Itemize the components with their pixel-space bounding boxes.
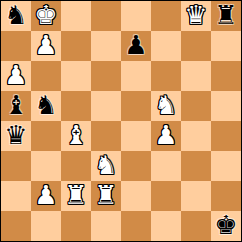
square-h7[interactable] <box>211 31 241 61</box>
square-e8[interactable] <box>121 1 151 31</box>
square-a3[interactable] <box>1 151 31 181</box>
black-knight[interactable]: ♞ <box>34 91 57 120</box>
black-king[interactable]: ♚ <box>214 211 237 240</box>
square-f1[interactable] <box>151 211 181 241</box>
square-a6[interactable]: ♟ <box>1 61 31 91</box>
white-rook[interactable]: ♜ <box>64 181 87 210</box>
square-c4[interactable]: ♝ <box>61 121 91 151</box>
square-h3[interactable] <box>211 151 241 181</box>
square-g3[interactable] <box>181 151 211 181</box>
square-f7[interactable] <box>151 31 181 61</box>
square-f3[interactable] <box>151 151 181 181</box>
square-c3[interactable] <box>61 151 91 181</box>
square-b2[interactable]: ♟ <box>31 181 61 211</box>
square-d6[interactable] <box>91 61 121 91</box>
square-b7[interactable]: ♟ <box>31 31 61 61</box>
black-knight[interactable]: ♞ <box>4 1 27 30</box>
square-b4[interactable] <box>31 121 61 151</box>
square-b8[interactable]: ♚ <box>31 1 61 31</box>
square-g2[interactable] <box>181 181 211 211</box>
square-f6[interactable] <box>151 61 181 91</box>
square-c7[interactable] <box>61 31 91 61</box>
square-h1[interactable]: ♚ <box>211 211 241 241</box>
white-pawn[interactable]: ♟ <box>154 121 177 150</box>
square-h5[interactable] <box>211 91 241 121</box>
square-b3[interactable] <box>31 151 61 181</box>
square-g1[interactable] <box>181 211 211 241</box>
white-queen[interactable]: ♛ <box>184 1 207 30</box>
black-rook[interactable]: ♜ <box>214 1 237 30</box>
square-e5[interactable] <box>121 91 151 121</box>
square-b5[interactable]: ♞ <box>31 91 61 121</box>
square-e6[interactable] <box>121 61 151 91</box>
square-d3[interactable]: ♞ <box>91 151 121 181</box>
square-b6[interactable] <box>31 61 61 91</box>
square-g6[interactable] <box>181 61 211 91</box>
square-c8[interactable] <box>61 1 91 31</box>
square-c5[interactable] <box>61 91 91 121</box>
square-g5[interactable] <box>181 91 211 121</box>
square-g7[interactable] <box>181 31 211 61</box>
square-e1[interactable] <box>121 211 151 241</box>
square-g8[interactable]: ♛ <box>181 1 211 31</box>
square-a2[interactable] <box>1 181 31 211</box>
square-h8[interactable]: ♜ <box>211 1 241 31</box>
square-c2[interactable]: ♜ <box>61 181 91 211</box>
square-e7[interactable]: ♟ <box>121 31 151 61</box>
square-d8[interactable] <box>91 1 121 31</box>
square-a5[interactable]: ♝ <box>1 91 31 121</box>
white-pawn[interactable]: ♟ <box>34 31 57 60</box>
square-d5[interactable] <box>91 91 121 121</box>
white-pawn[interactable]: ♟ <box>4 61 27 90</box>
square-a1[interactable] <box>1 211 31 241</box>
chess-board: ♞♚♛♜♟♟♟♝♞♞♛♝♟♞♟♜♜♚ <box>0 0 242 242</box>
square-a7[interactable] <box>1 31 31 61</box>
square-d1[interactable] <box>91 211 121 241</box>
black-bishop[interactable]: ♝ <box>4 91 27 120</box>
square-c6[interactable] <box>61 61 91 91</box>
square-d7[interactable] <box>91 31 121 61</box>
square-f5[interactable]: ♞ <box>151 91 181 121</box>
square-f8[interactable] <box>151 1 181 31</box>
square-b1[interactable] <box>31 211 61 241</box>
square-d4[interactable] <box>91 121 121 151</box>
square-c1[interactable] <box>61 211 91 241</box>
white-knight[interactable]: ♞ <box>94 151 117 180</box>
square-e4[interactable] <box>121 121 151 151</box>
square-e3[interactable] <box>121 151 151 181</box>
white-knight[interactable]: ♞ <box>154 91 177 120</box>
white-pawn[interactable]: ♟ <box>34 181 57 210</box>
square-a4[interactable]: ♛ <box>1 121 31 151</box>
square-h4[interactable] <box>211 121 241 151</box>
white-bishop[interactable]: ♝ <box>64 121 87 150</box>
black-queen[interactable]: ♛ <box>4 121 27 150</box>
square-d2[interactable]: ♜ <box>91 181 121 211</box>
square-a8[interactable]: ♞ <box>1 1 31 31</box>
square-h6[interactable] <box>211 61 241 91</box>
white-rook[interactable]: ♜ <box>94 181 117 210</box>
square-f2[interactable] <box>151 181 181 211</box>
square-h2[interactable] <box>211 181 241 211</box>
square-e2[interactable] <box>121 181 151 211</box>
square-g4[interactable] <box>181 121 211 151</box>
white-king[interactable]: ♚ <box>34 1 57 30</box>
black-pawn[interactable]: ♟ <box>124 31 147 60</box>
square-f4[interactable]: ♟ <box>151 121 181 151</box>
